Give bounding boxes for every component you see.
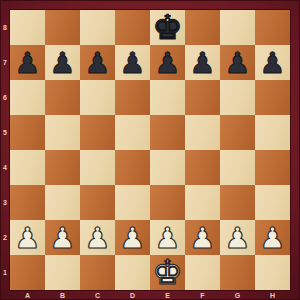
square-e3[interactable] xyxy=(150,185,185,220)
square-f2[interactable]: ♟ xyxy=(185,220,220,255)
square-h1[interactable] xyxy=(255,255,290,290)
square-b5[interactable] xyxy=(45,115,80,150)
square-e8[interactable]: ♚ xyxy=(150,10,185,45)
square-b3[interactable] xyxy=(45,185,80,220)
square-c2[interactable]: ♟ xyxy=(80,220,115,255)
file-label-d: D xyxy=(115,290,150,300)
black-pawn[interactable]: ♟ xyxy=(15,46,41,81)
black-pawn[interactable]: ♟ xyxy=(50,46,76,81)
rank-label-2: 2 xyxy=(0,220,10,255)
white-pawn[interactable]: ♟ xyxy=(120,221,146,256)
file-label-a: A xyxy=(10,290,45,300)
square-g8[interactable] xyxy=(220,10,255,45)
square-h4[interactable] xyxy=(255,150,290,185)
square-b8[interactable] xyxy=(45,10,80,45)
square-h2[interactable]: ♟ xyxy=(255,220,290,255)
square-g4[interactable] xyxy=(220,150,255,185)
square-f4[interactable] xyxy=(185,150,220,185)
square-c8[interactable] xyxy=(80,10,115,45)
square-b2[interactable]: ♟ xyxy=(45,220,80,255)
rank-label-5: 5 xyxy=(0,115,10,150)
square-e5[interactable] xyxy=(150,115,185,150)
square-c6[interactable] xyxy=(80,80,115,115)
square-g6[interactable] xyxy=(220,80,255,115)
square-c5[interactable] xyxy=(80,115,115,150)
square-g2[interactable]: ♟ xyxy=(220,220,255,255)
square-f6[interactable] xyxy=(185,80,220,115)
square-a4[interactable] xyxy=(10,150,45,185)
rank-labels: 87654321 xyxy=(0,10,10,290)
square-h3[interactable] xyxy=(255,185,290,220)
white-king[interactable]: ♚ xyxy=(152,255,182,290)
square-c1[interactable] xyxy=(80,255,115,290)
square-d4[interactable] xyxy=(115,150,150,185)
white-pawn[interactable]: ♟ xyxy=(155,221,181,256)
square-a8[interactable] xyxy=(10,10,45,45)
square-b6[interactable] xyxy=(45,80,80,115)
square-h5[interactable] xyxy=(255,115,290,150)
square-a2[interactable]: ♟ xyxy=(10,220,45,255)
square-h8[interactable] xyxy=(255,10,290,45)
square-c3[interactable] xyxy=(80,185,115,220)
white-pawn[interactable]: ♟ xyxy=(85,221,111,256)
square-e7[interactable]: ♟ xyxy=(150,45,185,80)
file-label-h: H xyxy=(255,290,290,300)
rank-label-1: 1 xyxy=(0,255,10,290)
square-a5[interactable] xyxy=(10,115,45,150)
square-b4[interactable] xyxy=(45,150,80,185)
square-g7[interactable]: ♟ xyxy=(220,45,255,80)
white-pawn[interactable]: ♟ xyxy=(190,221,216,256)
board-frame: 87654321 ABCDEFGH ♚♟♟♟♟♟♟♟♟♟♟♟♟♟♟♟♟♚ xyxy=(0,0,300,300)
square-a7[interactable]: ♟ xyxy=(10,45,45,80)
square-a6[interactable] xyxy=(10,80,45,115)
file-label-b: B xyxy=(45,290,80,300)
square-d1[interactable] xyxy=(115,255,150,290)
square-e6[interactable] xyxy=(150,80,185,115)
square-f1[interactable] xyxy=(185,255,220,290)
rank-label-3: 3 xyxy=(0,185,10,220)
rank-label-8: 8 xyxy=(0,10,10,45)
file-labels: ABCDEFGH xyxy=(10,290,290,300)
square-d2[interactable]: ♟ xyxy=(115,220,150,255)
white-pawn[interactable]: ♟ xyxy=(225,221,251,256)
rank-label-4: 4 xyxy=(0,150,10,185)
square-g5[interactable] xyxy=(220,115,255,150)
rank-label-6: 6 xyxy=(0,80,10,115)
square-e2[interactable]: ♟ xyxy=(150,220,185,255)
file-label-c: C xyxy=(80,290,115,300)
square-f8[interactable] xyxy=(185,10,220,45)
black-pawn[interactable]: ♟ xyxy=(120,46,146,81)
rank-label-7: 7 xyxy=(0,45,10,80)
square-f7[interactable]: ♟ xyxy=(185,45,220,80)
square-b1[interactable] xyxy=(45,255,80,290)
square-a3[interactable] xyxy=(10,185,45,220)
file-label-f: F xyxy=(185,290,220,300)
square-g1[interactable] xyxy=(220,255,255,290)
square-d7[interactable]: ♟ xyxy=(115,45,150,80)
square-b7[interactable]: ♟ xyxy=(45,45,80,80)
white-pawn[interactable]: ♟ xyxy=(260,221,286,256)
chess-board: ♚♟♟♟♟♟♟♟♟♟♟♟♟♟♟♟♟♚ xyxy=(10,10,290,290)
white-pawn[interactable]: ♟ xyxy=(15,221,41,256)
square-f5[interactable] xyxy=(185,115,220,150)
black-pawn[interactable]: ♟ xyxy=(190,46,216,81)
square-d5[interactable] xyxy=(115,115,150,150)
square-a1[interactable] xyxy=(10,255,45,290)
square-c7[interactable]: ♟ xyxy=(80,45,115,80)
black-pawn[interactable]: ♟ xyxy=(260,46,286,81)
square-c4[interactable] xyxy=(80,150,115,185)
square-h7[interactable]: ♟ xyxy=(255,45,290,80)
square-e4[interactable] xyxy=(150,150,185,185)
square-e1[interactable]: ♚ xyxy=(150,255,185,290)
square-d3[interactable] xyxy=(115,185,150,220)
black-pawn[interactable]: ♟ xyxy=(225,46,251,81)
square-f3[interactable] xyxy=(185,185,220,220)
square-d6[interactable] xyxy=(115,80,150,115)
file-label-g: G xyxy=(220,290,255,300)
black-pawn[interactable]: ♟ xyxy=(155,46,181,81)
square-h6[interactable] xyxy=(255,80,290,115)
black-pawn[interactable]: ♟ xyxy=(85,46,111,81)
white-pawn[interactable]: ♟ xyxy=(50,221,76,256)
square-d8[interactable] xyxy=(115,10,150,45)
black-king[interactable]: ♚ xyxy=(152,10,182,45)
square-g3[interactable] xyxy=(220,185,255,220)
